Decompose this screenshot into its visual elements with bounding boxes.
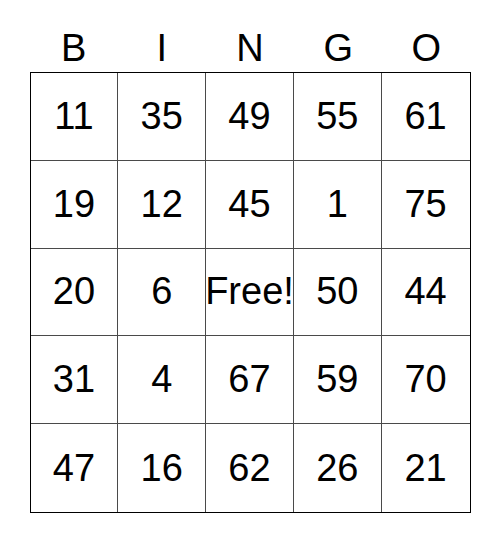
header-letter-i: I (118, 29, 206, 67)
bingo-cell[interactable]: 11 (31, 73, 119, 161)
bingo-cell[interactable]: 61 (382, 73, 470, 161)
bingo-cell[interactable]: 70 (382, 336, 470, 424)
header-letter-g: G (294, 29, 382, 67)
bingo-cell[interactable]: 55 (294, 73, 382, 161)
bingo-cell[interactable]: 20 (31, 249, 119, 337)
bingo-cell[interactable]: 19 (31, 161, 119, 249)
bingo-cell[interactable]: 47 (31, 424, 119, 512)
header-letter-b: B (30, 29, 118, 67)
bingo-cell[interactable]: 31 (31, 336, 119, 424)
bingo-cell[interactable]: 67 (206, 336, 294, 424)
bingo-cell[interactable]: 21 (382, 424, 470, 512)
header-letter-n: N (206, 29, 294, 67)
bingo-cell[interactable]: 12 (118, 161, 206, 249)
bingo-header: B I N G O (30, 0, 471, 72)
bingo-cell[interactable]: 59 (294, 336, 382, 424)
free-space-cell[interactable]: Free! (206, 249, 294, 337)
bingo-cell[interactable]: 62 (206, 424, 294, 512)
bingo-cell[interactable]: 45 (206, 161, 294, 249)
bingo-cell[interactable]: 6 (118, 249, 206, 337)
bingo-cell[interactable]: 50 (294, 249, 382, 337)
bingo-cell[interactable]: 26 (294, 424, 382, 512)
bingo-page: B I N G O 11 35 49 55 61 19 12 45 1 75 2… (0, 0, 500, 544)
bingo-cell[interactable]: 75 (382, 161, 470, 249)
bingo-board: 11 35 49 55 61 19 12 45 1 75 20 6 Free! … (30, 72, 471, 513)
bingo-cell[interactable]: 4 (118, 336, 206, 424)
bingo-card: B I N G O 11 35 49 55 61 19 12 45 1 75 2… (30, 0, 471, 513)
bingo-cell[interactable]: 16 (118, 424, 206, 512)
bingo-cell[interactable]: 1 (294, 161, 382, 249)
bingo-cell[interactable]: 49 (206, 73, 294, 161)
header-letter-o: O (382, 29, 470, 67)
bingo-cell[interactable]: 35 (118, 73, 206, 161)
bingo-cell[interactable]: 44 (382, 249, 470, 337)
